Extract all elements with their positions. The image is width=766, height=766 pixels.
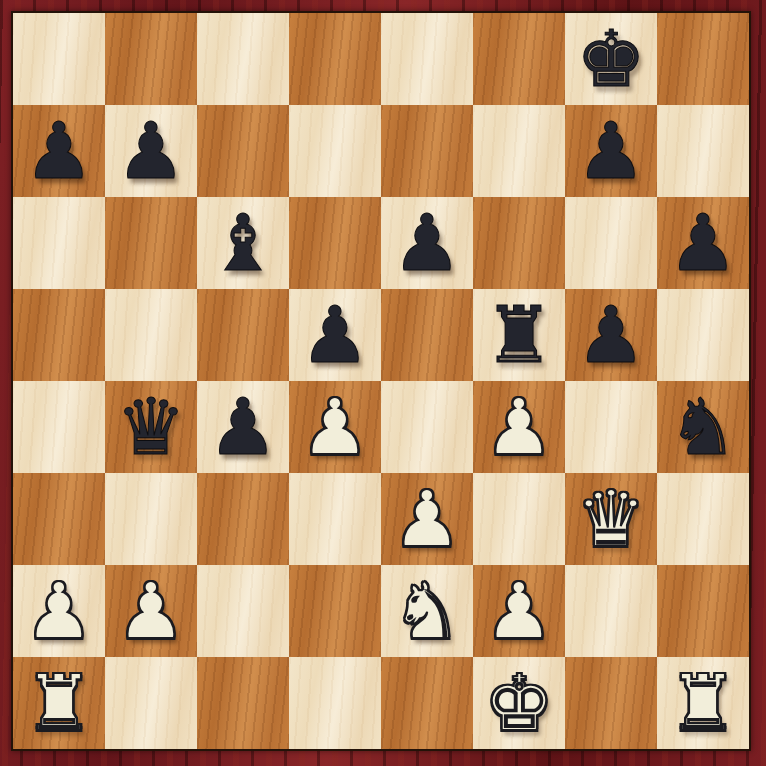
square-f2[interactable]: ♟ [473, 565, 565, 657]
square-h6[interactable]: ♟ [657, 197, 749, 289]
square-h4[interactable]: ♞ [657, 381, 749, 473]
black-pawn-e6[interactable]: ♟ [392, 204, 462, 282]
square-g2[interactable] [565, 565, 657, 657]
square-f6[interactable] [473, 197, 565, 289]
board-frame: ♚♟♟♟♝♟♟♟♜♟♛♟♟♟♞♟♛♟♟♞♟♜♚♜ [0, 0, 766, 766]
black-knight-h4[interactable]: ♞ [668, 388, 738, 466]
white-pawn-d4[interactable]: ♟ [300, 388, 370, 466]
square-c4[interactable]: ♟ [197, 381, 289, 473]
black-pawn-h6[interactable]: ♟ [668, 204, 738, 282]
black-queen-b4[interactable]: ♛ [116, 388, 186, 466]
square-e1[interactable] [381, 657, 473, 749]
black-pawn-g5[interactable]: ♟ [576, 296, 646, 374]
black-pawn-b7[interactable]: ♟ [116, 112, 186, 190]
black-pawn-c4[interactable]: ♟ [208, 388, 278, 466]
square-c2[interactable] [197, 565, 289, 657]
square-a6[interactable] [13, 197, 105, 289]
square-f4[interactable]: ♟ [473, 381, 565, 473]
square-f3[interactable] [473, 473, 565, 565]
white-pawn-e3[interactable]: ♟ [392, 480, 462, 558]
white-knight-e2[interactable]: ♞ [392, 572, 462, 650]
square-f1[interactable]: ♚ [473, 657, 565, 749]
square-a4[interactable] [13, 381, 105, 473]
square-b7[interactable]: ♟ [105, 105, 197, 197]
square-e2[interactable]: ♞ [381, 565, 473, 657]
square-g8[interactable]: ♚ [565, 13, 657, 105]
white-rook-h1[interactable]: ♜ [668, 664, 738, 742]
square-d4[interactable]: ♟ [289, 381, 381, 473]
square-c1[interactable] [197, 657, 289, 749]
square-a3[interactable] [13, 473, 105, 565]
black-king-g8[interactable]: ♚ [576, 20, 646, 98]
white-queen-g3[interactable]: ♛ [576, 480, 646, 558]
square-c5[interactable] [197, 289, 289, 381]
black-bishop-c6[interactable]: ♝ [208, 204, 278, 282]
black-pawn-a7[interactable]: ♟ [24, 112, 94, 190]
square-b4[interactable]: ♛ [105, 381, 197, 473]
square-c8[interactable] [197, 13, 289, 105]
square-h8[interactable] [657, 13, 749, 105]
square-e6[interactable]: ♟ [381, 197, 473, 289]
square-b1[interactable] [105, 657, 197, 749]
square-c6[interactable]: ♝ [197, 197, 289, 289]
square-c7[interactable] [197, 105, 289, 197]
square-a2[interactable]: ♟ [13, 565, 105, 657]
white-pawn-a2[interactable]: ♟ [24, 572, 94, 650]
square-h3[interactable] [657, 473, 749, 565]
square-g5[interactable]: ♟ [565, 289, 657, 381]
chess-board: ♚♟♟♟♝♟♟♟♜♟♛♟♟♟♞♟♛♟♟♞♟♜♚♜ [11, 11, 751, 751]
white-rook-a1[interactable]: ♜ [24, 664, 94, 742]
square-b8[interactable] [105, 13, 197, 105]
white-king-f1[interactable]: ♚ [484, 664, 554, 742]
square-h1[interactable]: ♜ [657, 657, 749, 749]
black-pawn-g7[interactable]: ♟ [576, 112, 646, 190]
square-e7[interactable] [381, 105, 473, 197]
square-d7[interactable] [289, 105, 381, 197]
black-rook-f5[interactable]: ♜ [484, 296, 554, 374]
square-b2[interactable]: ♟ [105, 565, 197, 657]
square-h7[interactable] [657, 105, 749, 197]
square-h5[interactable] [657, 289, 749, 381]
square-b3[interactable] [105, 473, 197, 565]
square-d5[interactable]: ♟ [289, 289, 381, 381]
white-pawn-f2[interactable]: ♟ [484, 572, 554, 650]
black-pawn-d5[interactable]: ♟ [300, 296, 370, 374]
square-g7[interactable]: ♟ [565, 105, 657, 197]
square-b6[interactable] [105, 197, 197, 289]
square-h2[interactable] [657, 565, 749, 657]
white-pawn-f4[interactable]: ♟ [484, 388, 554, 466]
square-e8[interactable] [381, 13, 473, 105]
square-b5[interactable] [105, 289, 197, 381]
square-c3[interactable] [197, 473, 289, 565]
square-a8[interactable] [13, 13, 105, 105]
square-f5[interactable]: ♜ [473, 289, 565, 381]
square-e4[interactable] [381, 381, 473, 473]
square-d1[interactable] [289, 657, 381, 749]
square-f7[interactable] [473, 105, 565, 197]
square-g6[interactable] [565, 197, 657, 289]
square-d3[interactable] [289, 473, 381, 565]
square-a1[interactable]: ♜ [13, 657, 105, 749]
white-pawn-b2[interactable]: ♟ [116, 572, 186, 650]
square-g1[interactable] [565, 657, 657, 749]
square-g4[interactable] [565, 381, 657, 473]
square-d6[interactable] [289, 197, 381, 289]
square-e3[interactable]: ♟ [381, 473, 473, 565]
square-g3[interactable]: ♛ [565, 473, 657, 565]
square-e5[interactable] [381, 289, 473, 381]
square-d8[interactable] [289, 13, 381, 105]
square-a7[interactable]: ♟ [13, 105, 105, 197]
square-d2[interactable] [289, 565, 381, 657]
square-a5[interactable] [13, 289, 105, 381]
square-f8[interactable] [473, 13, 565, 105]
